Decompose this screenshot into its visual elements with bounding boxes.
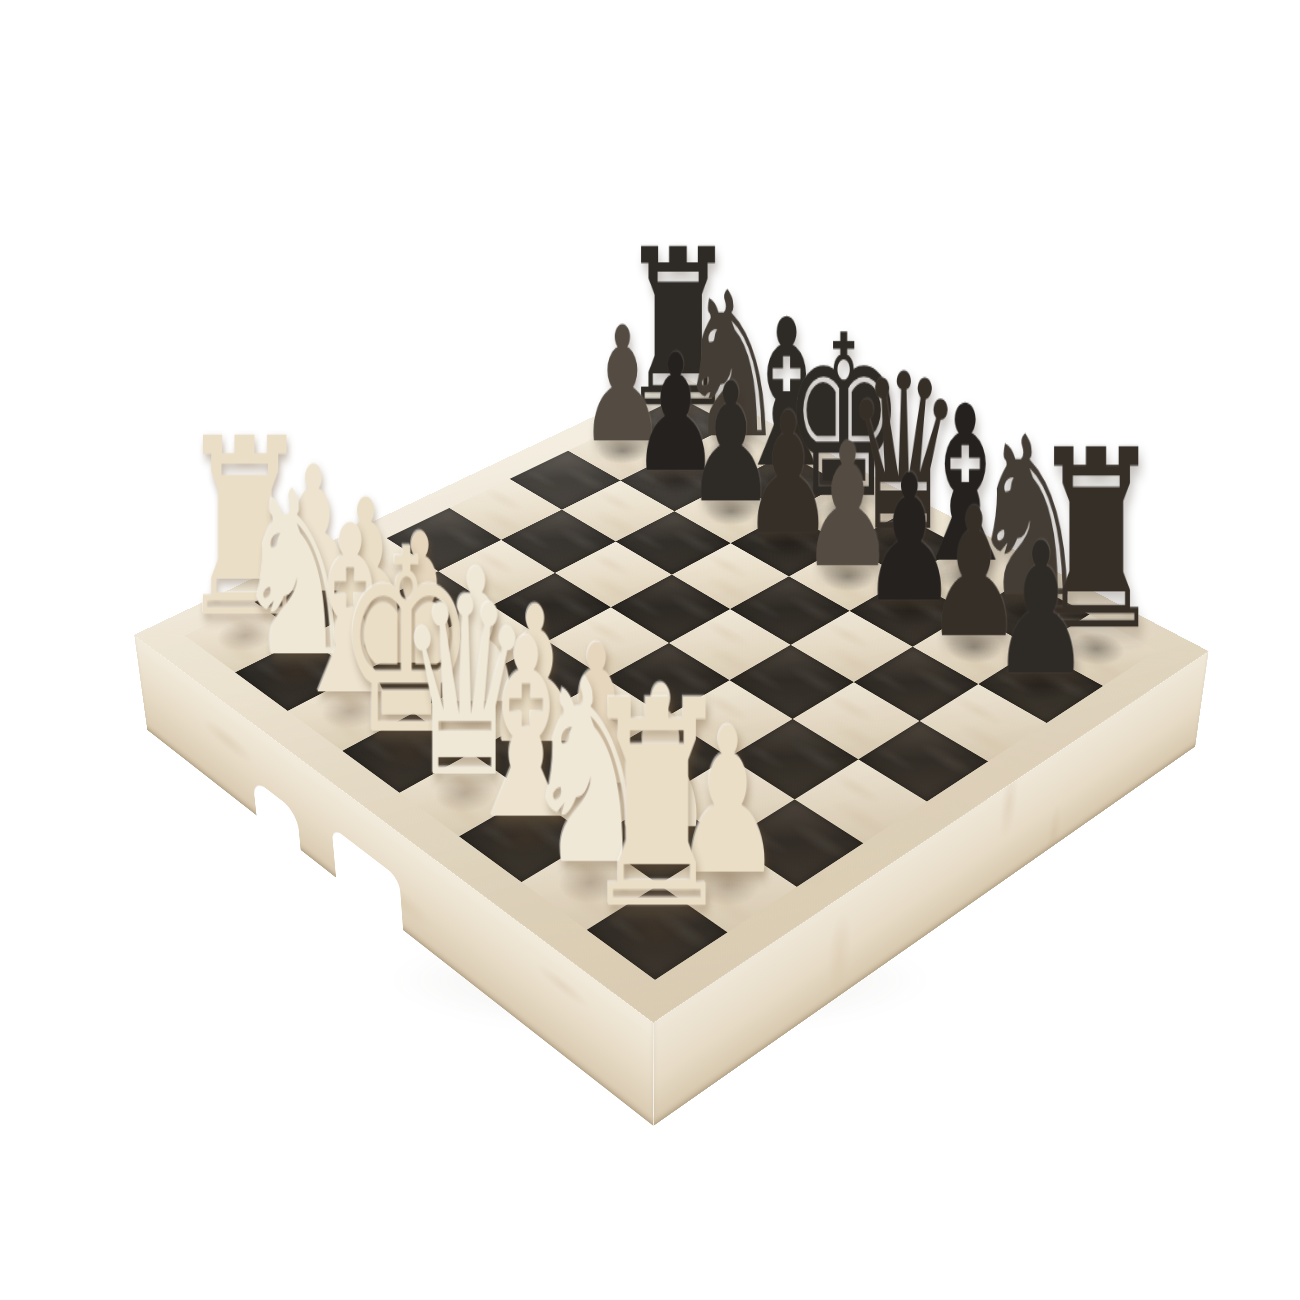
product-photo-background: ♜♞♝♛♚♝♞♜♟♟♟♟♟♟♟♟♟♟♟♟♟♟♟♟♜♞♝♛♚♝♞♜ xyxy=(0,0,1300,1300)
square-a5[interactable] xyxy=(858,721,988,802)
white-rook-glyph: ♜ xyxy=(580,672,735,943)
chess-scene: ♜♞♝♛♚♝♞♜♟♟♟♟♟♟♟♟♟♟♟♟♟♟♟♟♜♞♝♛♚♝♞♜ xyxy=(0,0,1300,1300)
square-b5[interactable] xyxy=(793,682,920,759)
board-top-surface: ♜♞♝♛♚♝♞♜♟♟♟♟♟♟♟♟♟♟♟♟♟♟♟♟♜♞♝♛♚♝♞♜ xyxy=(134,375,1209,1022)
square-a4[interactable] xyxy=(795,759,927,843)
foot-cutout-2 xyxy=(331,827,403,931)
black-pawn-glyph: ♟ xyxy=(991,523,1090,696)
chess-board: ♜♞♝♛♚♝♞♜♟♟♟♟♟♟♟♟♟♟♟♟♟♟♟♟♜♞♝♛♚♝♞♜ xyxy=(134,375,1209,1022)
foot-cutout-1 xyxy=(252,778,300,851)
